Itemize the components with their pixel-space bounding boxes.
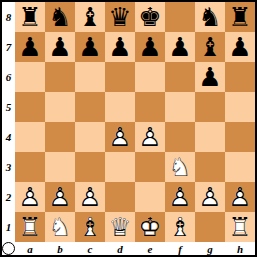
square-c6[interactable] <box>75 62 105 92</box>
square-b1[interactable]: ♞♘ <box>45 212 75 242</box>
square-a6[interactable] <box>15 62 45 92</box>
black-king-e8[interactable]: ♚ <box>135 2 165 32</box>
square-f2[interactable]: ♟♙ <box>165 182 195 212</box>
square-e3[interactable] <box>135 152 165 182</box>
square-g2[interactable]: ♟♙ <box>195 182 225 212</box>
piece-outline-layer: ♖ <box>225 212 255 242</box>
piece-outline-layer: ♙ <box>105 122 135 152</box>
square-b4[interactable] <box>45 122 75 152</box>
black-pawn-b7[interactable]: ♟ <box>45 32 75 62</box>
square-c4[interactable] <box>75 122 105 152</box>
rank-label-8: 8 <box>2 2 15 32</box>
black-bishop-c8[interactable]: ♝ <box>75 2 105 32</box>
square-d3[interactable] <box>105 152 135 182</box>
file-label-g: g <box>195 242 225 255</box>
file-label-e: e <box>135 242 165 255</box>
white-rook-h1[interactable]: ♜♖ <box>225 212 255 242</box>
square-h3[interactable] <box>225 152 255 182</box>
piece-outline-layer: ♘ <box>165 152 195 182</box>
black-pawn-h7[interactable]: ♟ <box>225 32 255 62</box>
piece-glyph: ♟ <box>225 32 255 62</box>
square-h4[interactable] <box>225 122 255 152</box>
square-d7[interactable]: ♟ <box>105 32 135 62</box>
square-c8[interactable]: ♝ <box>75 2 105 32</box>
chess-diagram: 87654321 ♜♞♝♛♚♞♜♟♟♟♟♟♟♝♟♟♟♙♟♙♞♘♟♙♟♙♟♙♟♙♟… <box>0 0 257 257</box>
square-c3[interactable] <box>75 152 105 182</box>
square-b5[interactable] <box>45 92 75 122</box>
piece-outline-layer: ♙ <box>135 122 165 152</box>
white-queen-d1[interactable]: ♛♕ <box>105 212 135 242</box>
white-pawn-d4[interactable]: ♟♙ <box>105 122 135 152</box>
piece-glyph: ♚ <box>135 2 165 32</box>
square-f7[interactable]: ♟ <box>165 32 195 62</box>
black-rook-h8[interactable]: ♜ <box>225 2 255 32</box>
white-knight-b1[interactable]: ♞♘ <box>45 212 75 242</box>
piece-glyph: ♞ <box>195 2 225 32</box>
square-g1[interactable] <box>195 212 225 242</box>
square-h8[interactable]: ♜ <box>225 2 255 32</box>
piece-outline-layer: ♙ <box>75 182 105 212</box>
piece-outline-layer: ♙ <box>165 182 195 212</box>
square-h5[interactable] <box>225 92 255 122</box>
square-e4[interactable]: ♟♙ <box>135 122 165 152</box>
piece-glyph: ♟ <box>75 32 105 62</box>
white-bishop-f1[interactable]: ♝♗ <box>165 212 195 242</box>
square-a5[interactable] <box>15 92 45 122</box>
piece-glyph: ♜ <box>225 2 255 32</box>
rank-label-5: 5 <box>2 92 15 122</box>
black-pawn-a7[interactable]: ♟ <box>15 32 45 62</box>
square-b6[interactable] <box>45 62 75 92</box>
square-b3[interactable] <box>45 152 75 182</box>
white-pawn-g2[interactable]: ♟♙ <box>195 182 225 212</box>
black-rook-a8[interactable]: ♜ <box>15 2 45 32</box>
piece-outline-layer: ♙ <box>195 182 225 212</box>
white-pawn-e4[interactable]: ♟♙ <box>135 122 165 152</box>
black-pawn-g6[interactable]: ♟ <box>195 62 225 92</box>
square-e8[interactable]: ♚ <box>135 2 165 32</box>
rank-label-7: 7 <box>2 32 15 62</box>
white-rook-a1[interactable]: ♜♖ <box>15 212 45 242</box>
file-label-f: f <box>165 242 195 255</box>
square-a2[interactable]: ♟♙ <box>15 182 45 212</box>
white-pawn-b2[interactable]: ♟♙ <box>45 182 75 212</box>
rank-label-3: 3 <box>2 152 15 182</box>
black-queen-d8[interactable]: ♛ <box>105 2 135 32</box>
piece-glyph: ♟ <box>45 32 75 62</box>
piece-outline-layer: ♙ <box>45 182 75 212</box>
piece-outline-layer: ♗ <box>75 212 105 242</box>
rank-label-4: 4 <box>2 122 15 152</box>
square-f8[interactable] <box>165 2 195 32</box>
square-c2[interactable]: ♟♙ <box>75 182 105 212</box>
square-d4[interactable]: ♟♙ <box>105 122 135 152</box>
piece-outline-layer: ♙ <box>225 182 255 212</box>
square-e6[interactable] <box>135 62 165 92</box>
piece-glyph: ♟ <box>105 32 135 62</box>
square-f6[interactable] <box>165 62 195 92</box>
square-e1[interactable]: ♚♔ <box>135 212 165 242</box>
rank-label-6: 6 <box>2 62 15 92</box>
square-c7[interactable]: ♟ <box>75 32 105 62</box>
square-h6[interactable] <box>225 62 255 92</box>
black-pawn-e7[interactable]: ♟ <box>135 32 165 62</box>
square-d6[interactable] <box>105 62 135 92</box>
file-label-h: h <box>225 242 255 255</box>
piece-glyph: ♜ <box>15 2 45 32</box>
piece-glyph: ♝ <box>75 2 105 32</box>
square-g8[interactable]: ♞ <box>195 2 225 32</box>
white-pawn-c2[interactable]: ♟♙ <box>75 182 105 212</box>
white-pawn-h2[interactable]: ♟♙ <box>225 182 255 212</box>
file-label-d: d <box>105 242 135 255</box>
square-a3[interactable] <box>15 152 45 182</box>
square-e5[interactable] <box>135 92 165 122</box>
square-a8[interactable]: ♜ <box>15 2 45 32</box>
square-b2[interactable]: ♟♙ <box>45 182 75 212</box>
square-g5[interactable] <box>195 92 225 122</box>
square-a7[interactable]: ♟ <box>15 32 45 62</box>
square-h2[interactable]: ♟♙ <box>225 182 255 212</box>
square-d8[interactable]: ♛ <box>105 2 135 32</box>
piece-outline-layer: ♖ <box>15 212 45 242</box>
white-pawn-f2[interactable]: ♟♙ <box>165 182 195 212</box>
square-d5[interactable] <box>105 92 135 122</box>
piece-outline-layer: ♔ <box>135 212 165 242</box>
black-pawn-c7[interactable]: ♟ <box>75 32 105 62</box>
piece-glyph: ♟ <box>195 62 225 92</box>
square-a4[interactable] <box>15 122 45 152</box>
square-g3[interactable] <box>195 152 225 182</box>
piece-glyph: ♟ <box>165 32 195 62</box>
square-g7[interactable]: ♝ <box>195 32 225 62</box>
square-g4[interactable] <box>195 122 225 152</box>
file-label-b: b <box>45 242 75 255</box>
piece-outline-layer: ♘ <box>45 212 75 242</box>
piece-outline-layer: ♕ <box>105 212 135 242</box>
rank-label-2: 2 <box>2 182 15 212</box>
piece-glyph: ♞ <box>45 2 75 32</box>
square-f1[interactable]: ♝♗ <box>165 212 195 242</box>
square-f4[interactable] <box>165 122 195 152</box>
white-bishop-c1[interactable]: ♝♗ <box>75 212 105 242</box>
square-c1[interactable]: ♝♗ <box>75 212 105 242</box>
square-f3[interactable]: ♞♘ <box>165 152 195 182</box>
white-pawn-a2[interactable]: ♟♙ <box>15 182 45 212</box>
square-h7[interactable]: ♟ <box>225 32 255 62</box>
square-b7[interactable]: ♟ <box>45 32 75 62</box>
black-pawn-f7[interactable]: ♟ <box>165 32 195 62</box>
square-g6[interactable]: ♟ <box>195 62 225 92</box>
black-knight-g8[interactable]: ♞ <box>195 2 225 32</box>
square-c5[interactable] <box>75 92 105 122</box>
square-d1[interactable]: ♛♕ <box>105 212 135 242</box>
square-e2[interactable] <box>135 182 165 212</box>
black-bishop-g7[interactable]: ♝ <box>195 32 225 62</box>
file-labels: abcdefgh <box>15 242 255 255</box>
turn-indicator-circle <box>2 242 15 255</box>
piece-glyph: ♝ <box>195 32 225 62</box>
piece-outline-layer: ♙ <box>15 182 45 212</box>
white-knight-f3[interactable]: ♞♘ <box>165 152 195 182</box>
file-label-a: a <box>15 242 45 255</box>
square-f5[interactable] <box>165 92 195 122</box>
file-label-c: c <box>75 242 105 255</box>
black-pawn-d7[interactable]: ♟ <box>105 32 135 62</box>
rank-label-1: 1 <box>2 212 15 242</box>
rank-labels: 87654321 <box>2 2 15 242</box>
square-e7[interactable]: ♟ <box>135 32 165 62</box>
diagram-inner: 87654321 ♜♞♝♛♚♞♜♟♟♟♟♟♟♝♟♟♟♙♟♙♞♘♟♙♟♙♟♙♟♙♟… <box>2 2 255 255</box>
piece-glyph: ♟ <box>135 32 165 62</box>
chess-board[interactable]: ♜♞♝♛♚♞♜♟♟♟♟♟♟♝♟♟♟♙♟♙♞♘♟♙♟♙♟♙♟♙♟♙♟♙♜♖♞♘♝♗… <box>15 2 255 242</box>
square-b8[interactable]: ♞ <box>45 2 75 32</box>
square-h1[interactable]: ♜♖ <box>225 212 255 242</box>
black-knight-b8[interactable]: ♞ <box>45 2 75 32</box>
square-d2[interactable] <box>105 182 135 212</box>
white-king-e1[interactable]: ♚♔ <box>135 212 165 242</box>
piece-glyph: ♛ <box>105 2 135 32</box>
piece-glyph: ♟ <box>15 32 45 62</box>
square-a1[interactable]: ♜♖ <box>15 212 45 242</box>
piece-outline-layer: ♗ <box>165 212 195 242</box>
